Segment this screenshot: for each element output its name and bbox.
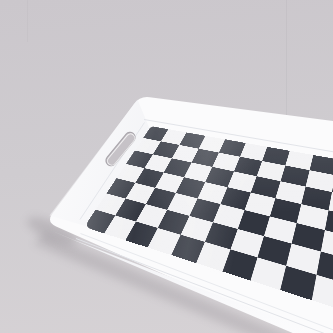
- photo-backdrop: [0, 0, 333, 333]
- serving-tray: [0, 0, 333, 333]
